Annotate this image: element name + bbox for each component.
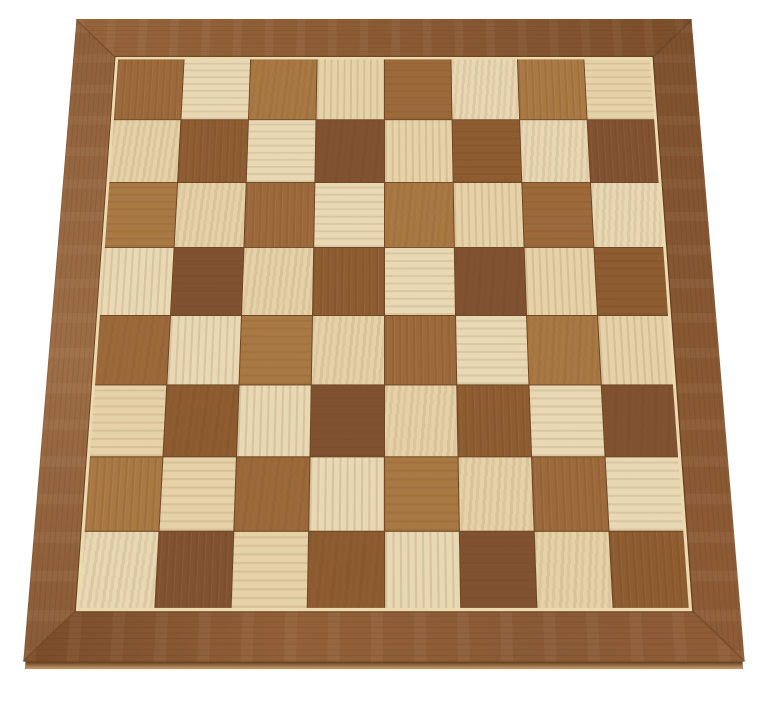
- board-square: [182, 59, 251, 119]
- board-grid: [79, 59, 688, 608]
- board-square: [459, 532, 536, 608]
- board-square: [245, 183, 315, 247]
- board-perspective-wrapper: [23, 19, 744, 661]
- board-square: [598, 315, 673, 384]
- board-square: [518, 59, 587, 119]
- board-square: [520, 120, 590, 182]
- board-square: [452, 120, 521, 182]
- board-square: [384, 183, 453, 247]
- board-square: [316, 120, 384, 182]
- board-square: [458, 457, 533, 531]
- board-square: [384, 120, 452, 182]
- board-square: [95, 315, 170, 384]
- board-square: [109, 120, 180, 182]
- board-square: [100, 248, 174, 314]
- board-square: [235, 457, 310, 531]
- board-square: [384, 248, 454, 314]
- board-square: [584, 59, 654, 119]
- maple-inlay-border: [76, 57, 692, 611]
- board-square: [457, 385, 531, 456]
- board-square: [242, 248, 313, 314]
- board-square: [602, 385, 678, 456]
- board-square: [249, 59, 317, 119]
- board-square: [156, 532, 234, 608]
- board-square: [456, 315, 529, 384]
- board-square: [527, 315, 601, 384]
- board-square: [178, 120, 248, 182]
- board-square: [605, 457, 683, 531]
- board-front-edge: [25, 662, 743, 669]
- board-square: [105, 183, 177, 247]
- board-square: [453, 183, 523, 247]
- board-square: [532, 457, 609, 531]
- board-square: [454, 248, 525, 314]
- board-square: [385, 457, 459, 531]
- chess-board: [23, 19, 744, 661]
- board-square: [315, 183, 384, 247]
- board-square: [385, 385, 458, 456]
- board-square: [308, 532, 383, 608]
- board-square: [313, 248, 383, 314]
- board-square: [591, 183, 663, 247]
- board-square: [451, 59, 519, 119]
- board-square: [232, 532, 309, 608]
- board-square: [317, 59, 384, 119]
- board-square: [85, 457, 163, 531]
- board-square: [160, 457, 237, 531]
- board-square: [310, 457, 384, 531]
- board-square: [312, 315, 383, 384]
- board-square: [385, 315, 456, 384]
- board-square: [240, 315, 313, 384]
- board-square: [529, 385, 604, 456]
- board-square: [167, 315, 241, 384]
- board-square: [171, 248, 243, 314]
- board-square: [385, 532, 460, 608]
- board-square: [524, 248, 596, 314]
- board-square: [175, 183, 246, 247]
- photo-background: [0, 0, 781, 720]
- board-square: [522, 183, 593, 247]
- board-square: [534, 532, 612, 608]
- board-square: [164, 385, 239, 456]
- board-square: [384, 59, 451, 119]
- board-square: [311, 385, 384, 456]
- board-square: [114, 59, 184, 119]
- board-square: [587, 120, 658, 182]
- board-square: [247, 120, 316, 182]
- board-square: [237, 385, 311, 456]
- board-square: [90, 385, 166, 456]
- board-square: [594, 248, 668, 314]
- board-square: [609, 532, 688, 608]
- board-square: [79, 532, 158, 608]
